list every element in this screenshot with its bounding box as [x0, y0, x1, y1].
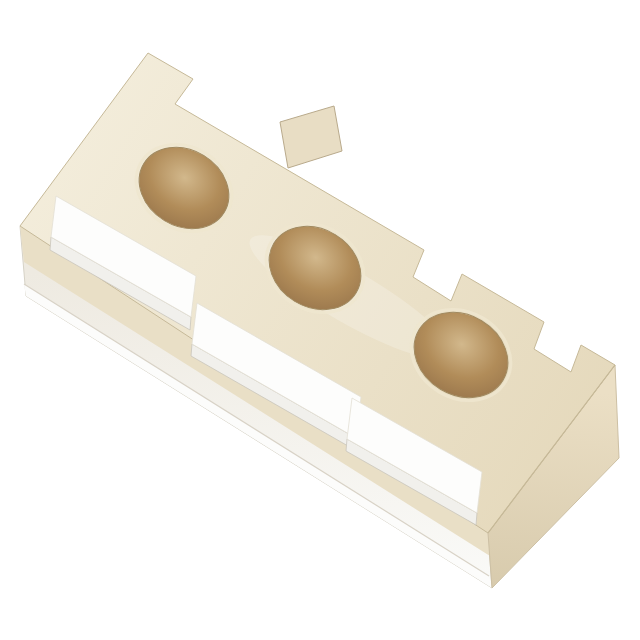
product-photo: [0, 0, 640, 640]
connector-illustration: [0, 0, 640, 640]
